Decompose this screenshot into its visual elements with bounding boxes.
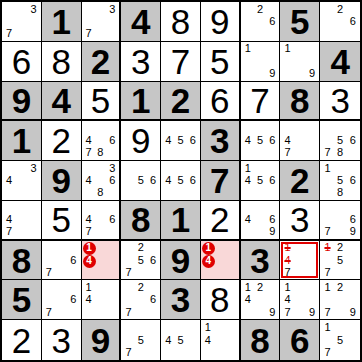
cell-r3c7[interactable]: 7 [241,82,281,122]
candidate-1[interactable]: 1 [321,321,334,334]
candidate-6[interactable]: 6 [147,174,159,186]
candidate-4[interactable]: 4 [242,174,254,186]
candidate-empty [346,266,359,278]
candidate-2[interactable]: 2 [334,281,347,293]
cell-r5c5[interactable]: 456 [161,161,201,201]
cell-r1c7[interactable]: 26 [241,2,281,42]
candidate-empty [28,226,40,238]
cell-r7c2[interactable]: 67 [42,241,82,281]
given-digit: 4 [131,4,150,39]
candidate-empty [334,122,347,134]
candidate-7[interactable]: 7 [43,266,55,278]
cell-r9c8[interactable]: 6 [280,320,320,360]
candidate-4[interactable]: 4 [281,294,293,306]
cell-r2c8[interactable]: 19 [280,42,320,82]
cell-r5c8[interactable]: 2 [280,161,320,201]
candidate-empty [294,242,306,254]
pencil-marks: 1279 [321,281,359,318]
cell-r3c8[interactable]: 8 [280,82,320,122]
cell-r6c9[interactable]: 679 [320,201,360,241]
candidate-empty [15,202,27,214]
pencil-marks: 26 [242,3,279,40]
candidate-6[interactable]: 6 [67,294,79,306]
candidate-empty [94,174,106,186]
candidate-2[interactable]: 2 [135,242,147,254]
candidate-1[interactable]: 1 [281,281,293,293]
cell-r6c2[interactable]: 5 [42,201,82,241]
cell-r2c5[interactable]: 7 [161,42,201,82]
candidate-6[interactable]: 6 [147,254,159,266]
candidate-empty [242,67,254,79]
candidate-empty [106,306,118,318]
candidate-9[interactable]: 9 [306,67,318,79]
candidate-empty [3,3,15,15]
candidate-4[interactable]: 4 [3,214,15,226]
candidate-empty [321,135,334,147]
cell-r8c2[interactable]: 67 [42,280,82,320]
candidate-empty [254,306,266,318]
candidate-empty [334,15,347,27]
candidate-empty [321,214,334,226]
candidate-7[interactable]: 7 [321,306,334,318]
cell-r9c1[interactable]: 2 [2,320,42,360]
candidate-empty [96,242,107,255]
candidate-5[interactable]: 5 [254,174,266,186]
candidate-empty [346,147,359,159]
candidate-4[interactable]: 4 [242,294,254,306]
given-digit: 2 [290,163,309,198]
candidate-empty [83,162,95,174]
cell-r3c6[interactable]: 6 [201,82,241,122]
cell-r8c7[interactable]: 1249 [241,280,281,320]
candidate-empty [187,187,199,199]
cell-r8c1[interactable]: 5 [2,280,42,320]
candidate-empty [202,346,214,359]
candidate-6[interactable]: 6 [346,135,359,147]
candidate-4[interactable]: 4 [3,174,15,186]
candidate-empty [346,202,359,214]
cell-r6c5[interactable]: 1 [161,201,201,241]
cell-r2c4[interactable]: 3 [121,42,161,82]
cell-r4c7[interactable]: 456 [241,121,281,161]
candidate-9[interactable]: 9 [306,306,318,318]
candidate-5[interactable]: 5 [135,254,147,266]
candidate-4-eliminated[interactable]: 4 [281,254,293,266]
candidate-2[interactable]: 2 [135,281,147,293]
given-digit: 8 [250,323,269,358]
candidate-empty [266,187,278,199]
cell-r1c6[interactable]: 9 [201,2,241,42]
candidate-empty [215,242,226,255]
given-digit: 9 [51,163,70,198]
candidate-6[interactable]: 6 [266,135,278,147]
candidate-empty [254,122,266,134]
candidate-6[interactable]: 6 [106,135,118,147]
candidate-empty [226,346,238,359]
candidate-5[interactable]: 5 [135,174,147,186]
candidate-empty [43,281,55,293]
solved-digit: 3 [131,44,150,79]
candidate-empty [122,334,134,347]
cell-r5c4[interactable]: 56 [121,161,161,201]
candidate-6[interactable]: 6 [266,214,278,226]
candidate-3[interactable]: 3 [28,3,40,15]
candidate-8[interactable]: 8 [94,187,106,199]
candidate-empty [294,254,306,266]
cell-r9c3[interactable]: 9 [82,320,122,360]
cell-r3c4[interactable]: 1 [121,82,161,122]
candidate-9[interactable]: 9 [266,226,278,238]
cell-r7c5[interactable]: 9 [161,241,201,281]
candidate-empty [321,334,334,347]
candidate-empty [242,147,254,159]
pencil-marks: 5678 [321,122,359,159]
pencil-marks: 14 [83,281,119,318]
candidate-empty [321,294,334,306]
candidate-1-circled[interactable]: 1 [83,242,96,255]
candidate-1[interactable]: 1 [242,281,254,293]
cell-r9c5[interactable]: 45 [161,320,201,360]
candidate-empty [174,321,186,334]
candidate-1[interactable]: 1 [242,43,254,55]
candidate-4[interactable]: 4 [162,334,174,347]
cell-r1c9[interactable]: 26 [320,2,360,42]
cell-r4c5[interactable]: 456 [161,121,201,161]
cell-r5c1[interactable]: 34 [2,161,42,201]
candidate-1[interactable]: 1 [202,321,214,334]
cell-r8c3[interactable]: 14 [82,280,122,320]
cell-r2c3[interactable]: 2 [82,42,122,82]
cell-r3c1[interactable]: 9 [2,82,42,122]
candidate-empty [294,266,306,278]
candidate-4[interactable]: 4 [202,334,214,347]
cell-r7c7[interactable]: 3 [241,241,281,281]
candidate-empty [15,187,27,199]
given-digit: 2 [171,83,190,118]
given-digit: 9 [91,323,110,358]
candidate-empty [294,306,306,318]
candidate-6[interactable]: 6 [346,174,359,186]
cell-r4c3[interactable]: 4678 [82,121,122,161]
candidate-4[interactable]: 4 [83,135,95,147]
candidate-3[interactable]: 3 [106,162,118,174]
given-digit: 8 [131,202,150,237]
solved-digit: 8 [171,4,190,39]
candidate-7[interactable]: 7 [321,226,334,238]
cell-r7c4[interactable]: 2567 [121,241,161,281]
given-digit: 1 [171,202,190,237]
candidate-7[interactable]: 7 [122,346,134,359]
cell-r7c9[interactable]: 1257 [320,241,360,281]
candidate-4-circled[interactable]: 4 [202,255,215,268]
candidate-empty [147,242,159,254]
cell-r6c1[interactable]: 47 [2,201,42,241]
cell-r4c6[interactable]: 3 [201,121,241,161]
candidate-8[interactable]: 8 [334,187,347,199]
cell-r7c8[interactable]: 147 [280,241,320,281]
candidate-empty [106,202,118,214]
candidate-empty [334,202,347,214]
candidate-empty [294,55,306,67]
candidate-empty [226,321,238,334]
pencil-marks: 1257 [321,242,359,279]
cell-r5c7[interactable]: 1456 [241,161,281,201]
solved-digit: 2 [210,202,229,237]
candidate-empty [162,346,174,359]
candidate-empty [96,255,107,268]
candidate-empty [94,15,106,27]
candidate-empty [306,294,318,306]
candidate-7[interactable]: 7 [3,226,15,238]
candidate-2[interactable]: 2 [254,281,266,293]
cell-r9c6[interactable]: 14 [201,320,241,360]
candidate-7[interactable]: 7 [83,147,95,159]
candidate-8[interactable]: 8 [94,147,106,159]
candidate-7[interactable]: 7 [83,28,95,40]
candidate-3[interactable]: 3 [28,162,40,174]
cell-r4c1[interactable]: 1 [2,121,42,161]
candidate-empty [94,294,106,306]
candidate-4[interactable]: 4 [162,174,174,186]
candidate-7[interactable]: 7 [122,266,134,278]
cell-r1c8[interactable]: 5 [280,2,320,42]
solved-digit: 6 [12,44,31,79]
cell-r6c8[interactable]: 3 [280,201,320,241]
candidate-empty [94,162,106,174]
candidate-empty [306,122,318,134]
cell-r8c9[interactable]: 1279 [320,280,360,320]
cell-r1c5[interactable]: 8 [161,2,201,42]
pencil-marks: 26 [321,3,359,40]
cell-r4c8[interactable]: 47 [280,121,320,161]
candidate-empty [15,226,27,238]
candidate-empty [242,202,254,214]
candidate-5[interactable]: 5 [174,334,186,347]
candidate-empty [83,202,95,214]
candidate-8[interactable]: 8 [334,147,347,159]
cell-r1c3[interactable]: 37 [82,2,122,42]
cell-r3c2[interactable]: 4 [42,82,82,122]
candidate-empty [83,268,96,279]
cell-r5c6[interactable]: 7 [201,161,241,201]
candidate-5[interactable]: 5 [334,254,347,266]
cell-r1c1[interactable]: 37 [2,2,42,42]
candidate-1-circled[interactable]: 1 [202,242,215,255]
candidate-4-circled[interactable]: 4 [83,255,96,268]
candidate-7[interactable]: 7 [3,28,15,40]
candidate-7[interactable]: 7 [321,147,334,159]
candidate-6[interactable]: 6 [266,174,278,186]
candidate-6[interactable]: 6 [106,214,118,226]
candidate-empty [346,187,359,199]
pencil-marks: 56 [122,162,159,199]
candidate-empty [346,294,359,306]
given-digit: 4 [330,44,349,79]
candidate-6[interactable]: 6 [147,294,159,306]
candidate-empty [174,147,186,159]
candidate-6[interactable]: 6 [106,174,118,186]
candidate-empty [254,187,266,199]
candidate-7[interactable]: 7 [281,147,293,159]
candidate-7[interactable]: 7 [83,226,95,238]
candidate-7[interactable]: 7 [321,346,334,359]
candidate-4[interactable]: 4 [242,135,254,147]
cell-r2c6[interactable]: 5 [201,42,241,82]
candidate-6[interactable]: 6 [346,214,359,226]
cell-r8c4[interactable]: 267 [121,280,161,320]
candidate-7[interactable]: 7 [122,306,134,318]
candidate-empty [55,281,67,293]
candidate-6[interactable]: 6 [67,254,79,266]
candidate-empty [43,242,55,254]
pencil-marks: 47 [3,202,40,238]
candidate-2[interactable]: 2 [334,3,347,15]
cell-r9c2[interactable]: 3 [42,320,82,360]
cell-r4c9[interactable]: 5678 [320,121,360,161]
candidate-4[interactable]: 4 [83,214,95,226]
pencil-marks: 469 [242,202,279,238]
candidate-4[interactable]: 4 [83,294,95,306]
candidate-5[interactable]: 5 [135,334,147,347]
candidate-9[interactable]: 9 [266,67,278,79]
cell-r8c8[interactable]: 1479 [280,280,320,320]
cell-r9c7[interactable]: 8 [241,320,281,360]
candidate-2[interactable]: 2 [254,3,266,15]
pencil-marks: 1249 [242,281,279,318]
candidate-empty [242,226,254,238]
candidate-empty [202,268,215,279]
candidate-2[interactable]: 2 [334,242,347,254]
candidate-1[interactable]: 1 [281,43,293,55]
candidate-4[interactable]: 4 [83,174,95,186]
candidate-empty [135,162,147,174]
candidate-empty [294,135,306,147]
cell-r6c4[interactable]: 8 [121,201,161,241]
candidate-empty [187,346,199,359]
candidate-empty [28,202,40,214]
candidate-empty [242,15,254,27]
candidate-empty [346,254,359,266]
candidate-1[interactable]: 1 [321,162,334,174]
cell-r9c4[interactable]: 57 [121,320,161,360]
cell-r4c2[interactable]: 2 [42,121,82,161]
candidate-empty [306,135,318,147]
given-digit: 9 [171,243,190,278]
cell-r2c2[interactable]: 8 [42,42,82,82]
candidate-5[interactable]: 5 [334,334,347,347]
cell-r6c3[interactable]: 467 [82,201,122,241]
cell-r5c2[interactable]: 9 [42,161,82,201]
cell-r4c4[interactable]: 9 [121,121,161,161]
cell-r9c9[interactable]: 157 [320,320,360,360]
candidate-empty [174,122,186,134]
candidate-3[interactable]: 3 [106,3,118,15]
cell-r2c9[interactable]: 4 [320,42,360,82]
cell-r7c1[interactable]: 8 [2,241,42,281]
cell-r8c6[interactable]: 8 [201,280,241,320]
cell-r8c5[interactable]: 3 [161,280,201,320]
candidate-6[interactable]: 6 [266,15,278,27]
candidate-5[interactable]: 5 [334,174,347,186]
cell-r5c9[interactable]: 1568 [320,161,360,201]
candidate-empty [106,147,118,159]
candidate-empty [28,15,40,27]
candidate-empty [266,55,278,67]
candidate-empty [187,162,199,174]
candidate-empty [106,226,118,238]
candidate-5[interactable]: 5 [174,135,186,147]
cell-r5c3[interactable]: 3468 [82,161,122,201]
cell-r7c6[interactable]: 14 [201,241,241,281]
pencil-marks: 14 [202,242,238,279]
pencil-marks: 14 [202,321,238,359]
cell-r1c2[interactable]: 1 [42,2,82,42]
pencil-marks: 37 [83,3,119,40]
candidate-4[interactable]: 4 [242,214,254,226]
candidate-empty [28,174,40,186]
candidate-4[interactable]: 4 [162,135,174,147]
candidate-5[interactable]: 5 [254,135,266,147]
candidate-1[interactable]: 1 [83,281,95,293]
cell-r2c7[interactable]: 19 [241,42,281,82]
pencil-marks: 19 [281,43,318,80]
candidate-empty [242,122,254,134]
candidate-empty [122,321,134,334]
candidate-empty [94,214,106,226]
candidate-empty [3,162,15,174]
candidate-1-eliminated[interactable]: 1 [281,242,293,254]
candidate-empty [346,162,359,174]
candidate-empty [334,226,347,238]
candidate-6[interactable]: 6 [187,135,199,147]
candidate-empty [15,3,27,15]
candidate-empty [67,281,79,293]
cell-r6c7[interactable]: 469 [241,201,281,241]
candidate-1-eliminated[interactable]: 1 [321,242,334,254]
cell-r3c9[interactable]: 3 [320,82,360,122]
candidate-9[interactable]: 9 [346,226,359,238]
candidate-5[interactable]: 5 [174,174,186,186]
pencil-marks: 267 [122,281,159,318]
candidate-7[interactable]: 7 [43,306,55,318]
candidate-empty [346,346,359,359]
candidate-empty [67,242,79,254]
candidate-5[interactable]: 5 [334,135,347,147]
candidate-4[interactable]: 4 [281,135,293,147]
solved-digit: 5 [210,44,229,79]
candidate-7[interactable]: 7 [321,266,334,278]
cell-r6c6[interactable]: 2 [201,201,241,241]
candidate-7[interactable]: 7 [281,266,293,278]
candidate-empty [346,281,359,293]
candidate-1[interactable]: 1 [242,162,254,174]
candidate-6[interactable]: 6 [187,174,199,186]
candidate-6[interactable]: 6 [346,15,359,27]
candidate-empty [67,306,79,318]
candidate-7[interactable]: 7 [281,306,293,318]
cell-r1c4[interactable]: 4 [121,2,161,42]
candidate-empty [226,268,237,279]
candidate-1[interactable]: 1 [321,281,334,293]
cell-r3c3[interactable]: 5 [82,82,122,122]
candidate-9[interactable]: 9 [266,306,278,318]
cell-r2c1[interactable]: 6 [2,42,42,82]
candidate-empty [3,202,15,214]
cell-r7c3[interactable]: 14 [82,241,122,281]
candidate-empty [294,281,306,293]
cell-r3c5[interactable]: 2 [161,82,201,122]
candidate-9[interactable]: 9 [346,306,359,318]
